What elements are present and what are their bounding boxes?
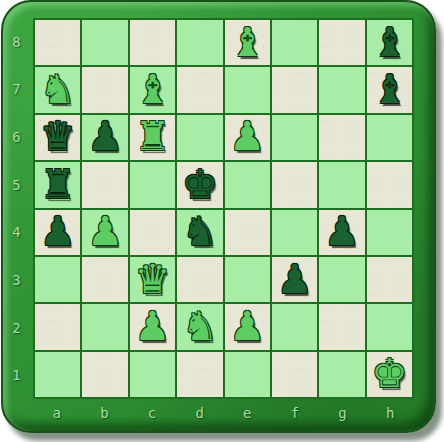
- rank-label-3: 3: [0, 256, 33, 304]
- square-d5[interactable]: ♚: [177, 162, 222, 207]
- white-pawn: ♟: [135, 306, 171, 346]
- square-b1[interactable]: [82, 352, 127, 397]
- black-rook: ♜: [40, 164, 76, 204]
- square-f7[interactable]: [272, 67, 317, 112]
- square-h4[interactable]: [367, 210, 412, 255]
- square-a3[interactable]: [35, 257, 80, 302]
- square-c5[interactable]: [130, 162, 175, 207]
- square-h2[interactable]: [367, 304, 412, 349]
- white-queen: ♛: [135, 259, 171, 299]
- square-d4[interactable]: ♞: [177, 210, 222, 255]
- square-b4[interactable]: ♟: [82, 210, 127, 255]
- rank-label-7: 7: [0, 66, 33, 114]
- square-d1[interactable]: [177, 352, 222, 397]
- black-pawn: ♟: [277, 259, 313, 299]
- square-c1[interactable]: [130, 352, 175, 397]
- square-e4[interactable]: [225, 210, 270, 255]
- rank-label-4: 4: [0, 209, 33, 257]
- square-b5[interactable]: [82, 162, 127, 207]
- square-f6[interactable]: [272, 115, 317, 160]
- rank-label-8: 8: [0, 18, 33, 66]
- square-b8[interactable]: [82, 20, 127, 65]
- square-h6[interactable]: [367, 115, 412, 160]
- square-g8[interactable]: [319, 20, 364, 65]
- file-label-b: b: [81, 399, 129, 427]
- rank-label-6: 6: [0, 113, 33, 161]
- square-f5[interactable]: [272, 162, 317, 207]
- square-a5[interactable]: ♜: [35, 162, 80, 207]
- white-pawn: ♟: [87, 211, 123, 251]
- square-c3[interactable]: ♛: [130, 257, 175, 302]
- square-d8[interactable]: [177, 20, 222, 65]
- square-c7[interactable]: ♝: [130, 67, 175, 112]
- square-a8[interactable]: [35, 20, 80, 65]
- white-knight: ♞: [40, 69, 76, 109]
- square-g7[interactable]: [319, 67, 364, 112]
- file-label-c: c: [128, 399, 176, 427]
- white-rook: ♜: [135, 116, 171, 156]
- square-g4[interactable]: ♟: [319, 210, 364, 255]
- black-pawn: ♟: [87, 116, 123, 156]
- square-f4[interactable]: [272, 210, 317, 255]
- black-bishop: ♝: [371, 69, 407, 109]
- square-a7[interactable]: ♞: [35, 67, 80, 112]
- square-e3[interactable]: [225, 257, 270, 302]
- square-e5[interactable]: [225, 162, 270, 207]
- white-knight: ♞: [182, 306, 218, 346]
- white-pawn: ♟: [229, 306, 265, 346]
- black-king: ♚: [182, 164, 218, 204]
- black-pawn: ♟: [40, 211, 76, 251]
- rank-labels: 87654321: [0, 18, 33, 399]
- white-king: ♚: [371, 353, 407, 393]
- square-a2[interactable]: [35, 304, 80, 349]
- square-f8[interactable]: [272, 20, 317, 65]
- square-a6[interactable]: ♛: [35, 115, 80, 160]
- square-h3[interactable]: [367, 257, 412, 302]
- square-c6[interactable]: ♜: [130, 115, 175, 160]
- square-f3[interactable]: ♟: [272, 257, 317, 302]
- square-e6[interactable]: ♟: [225, 115, 270, 160]
- square-c2[interactable]: ♟: [130, 304, 175, 349]
- black-bishop: ♝: [371, 22, 407, 62]
- file-labels: abcdefgh: [33, 399, 414, 427]
- square-b7[interactable]: [82, 67, 127, 112]
- square-e8[interactable]: ♝: [225, 20, 270, 65]
- square-c8[interactable]: [130, 20, 175, 65]
- square-h7[interactable]: ♝: [367, 67, 412, 112]
- file-label-d: d: [176, 399, 224, 427]
- black-knight: ♞: [182, 211, 218, 251]
- square-f2[interactable]: [272, 304, 317, 349]
- square-a1[interactable]: [35, 352, 80, 397]
- white-pawn: ♟: [229, 116, 265, 156]
- rank-label-1: 1: [0, 351, 33, 399]
- square-e7[interactable]: [225, 67, 270, 112]
- file-label-g: g: [319, 399, 367, 427]
- square-g2[interactable]: [319, 304, 364, 349]
- square-g3[interactable]: [319, 257, 364, 302]
- square-d7[interactable]: [177, 67, 222, 112]
- file-label-e: e: [224, 399, 272, 427]
- rank-label-5: 5: [0, 161, 33, 209]
- square-d2[interactable]: ♞: [177, 304, 222, 349]
- square-e1[interactable]: [225, 352, 270, 397]
- square-g6[interactable]: [319, 115, 364, 160]
- square-e2[interactable]: ♟: [225, 304, 270, 349]
- chess-board: ♝♝♞♝♝♛♟♜♟♜♚♟♟♞♟♛♟♟♞♟♚: [33, 18, 414, 399]
- square-b2[interactable]: [82, 304, 127, 349]
- square-d3[interactable]: [177, 257, 222, 302]
- square-h1[interactable]: ♚: [367, 352, 412, 397]
- square-h8[interactable]: ♝: [367, 20, 412, 65]
- square-d6[interactable]: [177, 115, 222, 160]
- white-bishop: ♝: [135, 69, 171, 109]
- square-g1[interactable]: [319, 352, 364, 397]
- white-bishop: ♝: [229, 22, 265, 62]
- square-f1[interactable]: [272, 352, 317, 397]
- chess-app-window: 87654321 abcdefgh ♝♝♞♝♝♛♟♜♟♜♚♟♟♞♟♛♟♟♞♟♚: [0, 0, 444, 442]
- rank-label-2: 2: [0, 304, 33, 352]
- square-h5[interactable]: [367, 162, 412, 207]
- square-b3[interactable]: [82, 257, 127, 302]
- black-pawn: ♟: [324, 211, 360, 251]
- file-label-a: a: [33, 399, 81, 427]
- square-a4[interactable]: ♟: [35, 210, 80, 255]
- square-c4[interactable]: [130, 210, 175, 255]
- file-label-h: h: [366, 399, 414, 427]
- file-label-f: f: [271, 399, 319, 427]
- black-queen: ♛: [40, 116, 76, 156]
- square-b6[interactable]: ♟: [82, 115, 127, 160]
- square-g5[interactable]: [319, 162, 364, 207]
